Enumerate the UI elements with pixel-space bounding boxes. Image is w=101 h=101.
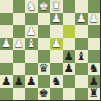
square-a4[interactable] — [88, 38, 101, 51]
white-pawn-piece[interactable]: ♟ — [51, 13, 61, 25]
square-e1[interactable]: ♚ — [38, 0, 51, 13]
square-d1[interactable]: ♜ — [50, 0, 63, 13]
square-d5[interactable] — [50, 50, 63, 63]
white-pawn-piece[interactable]: ♟ — [89, 13, 99, 25]
square-c2[interactable] — [63, 13, 76, 26]
square-e5[interactable] — [38, 50, 51, 63]
chess-board: ♞♚♜♟♟♟♟♟♟♝♟♟♝♛♟♞♟♟♟♞♟♚♜ — [0, 0, 100, 100]
square-a6[interactable]: ♞ — [88, 63, 101, 76]
square-g5[interactable] — [13, 50, 26, 63]
square-e4[interactable] — [38, 38, 51, 51]
black-rook-piece[interactable]: ♜ — [89, 88, 99, 100]
square-a3[interactable] — [88, 25, 101, 38]
square-c1[interactable] — [63, 0, 76, 13]
black-king-piece[interactable]: ♚ — [39, 88, 49, 100]
square-f4[interactable]: ♝ — [25, 38, 38, 51]
square-c3[interactable] — [63, 25, 76, 38]
square-h2[interactable] — [0, 13, 13, 26]
black-queen-piece[interactable]: ♛ — [39, 63, 49, 75]
square-h7[interactable]: ♟ — [0, 75, 13, 88]
square-c8[interactable] — [63, 88, 76, 101]
black-pawn-piece[interactable]: ♟ — [64, 50, 74, 62]
square-d7[interactable]: ♞ — [50, 75, 63, 88]
square-f8[interactable] — [25, 88, 38, 101]
white-king-piece[interactable]: ♚ — [39, 0, 49, 12]
white-rook-piece[interactable]: ♜ — [51, 0, 61, 12]
square-h4[interactable]: ♟ — [0, 38, 13, 51]
square-c5[interactable]: ♟ — [63, 50, 76, 63]
square-d8[interactable] — [50, 88, 63, 101]
square-g8[interactable] — [13, 88, 26, 101]
white-pawn-piece[interactable]: ♟ — [26, 25, 36, 37]
square-f2[interactable] — [25, 13, 38, 26]
square-f1[interactable]: ♞ — [25, 0, 38, 13]
square-f7[interactable]: ♟ — [25, 75, 38, 88]
white-pawn-piece[interactable]: ♟ — [14, 38, 24, 50]
white-pawn-piece[interactable]: ♟ — [51, 38, 61, 50]
black-pawn-piece[interactable]: ♟ — [89, 75, 99, 87]
square-d2[interactable]: ♟ — [50, 13, 63, 26]
square-b7[interactable] — [75, 75, 88, 88]
square-g6[interactable] — [13, 63, 26, 76]
square-a5[interactable] — [88, 50, 101, 63]
square-g3[interactable] — [13, 25, 26, 38]
square-f6[interactable] — [25, 63, 38, 76]
square-h8[interactable] — [0, 88, 13, 101]
black-pawn-piece[interactable]: ♟ — [26, 75, 36, 87]
square-f3[interactable]: ♟ — [25, 25, 38, 38]
square-d4[interactable]: ♟ — [50, 38, 63, 51]
square-e7[interactable] — [38, 75, 51, 88]
black-knight-piece[interactable]: ♞ — [51, 75, 61, 87]
square-a7[interactable]: ♟ — [88, 75, 101, 88]
square-a2[interactable]: ♟ — [88, 13, 101, 26]
square-b2[interactable]: ♟ — [75, 13, 88, 26]
square-h3[interactable] — [0, 25, 13, 38]
square-b1[interactable] — [75, 0, 88, 13]
square-b3[interactable] — [75, 25, 88, 38]
square-e8[interactable]: ♚ — [38, 88, 51, 101]
square-c4[interactable] — [63, 38, 76, 51]
square-h1[interactable] — [0, 0, 13, 13]
square-d6[interactable] — [50, 63, 63, 76]
square-g1[interactable] — [13, 0, 26, 13]
square-e6[interactable]: ♛ — [38, 63, 51, 76]
square-c6[interactable]: ♟ — [63, 63, 76, 76]
square-h5[interactable] — [0, 50, 13, 63]
square-f5[interactable] — [25, 50, 38, 63]
black-pawn-piece[interactable]: ♟ — [1, 75, 11, 87]
square-a8[interactable]: ♜ — [88, 88, 101, 101]
square-a1[interactable] — [88, 0, 101, 13]
black-pawn-piece[interactable]: ♟ — [14, 75, 24, 87]
white-bishop-piece[interactable]: ♝ — [26, 38, 36, 50]
square-h6[interactable] — [0, 63, 13, 76]
square-b6[interactable] — [75, 63, 88, 76]
chess-board-stage: ♞♚♜♟♟♟♟♟♟♝♟♟♝♛♟♞♟♟♟♞♟♚♜ — [0, 0, 100, 100]
square-b4[interactable] — [75, 38, 88, 51]
square-e3[interactable] — [38, 25, 51, 38]
square-d3[interactable] — [50, 25, 63, 38]
square-e2[interactable] — [38, 13, 51, 26]
square-b5[interactable]: ♝ — [75, 50, 88, 63]
black-bishop-piece[interactable]: ♝ — [76, 50, 86, 62]
white-knight-piece[interactable]: ♞ — [26, 0, 36, 12]
black-pawn-piece[interactable]: ♟ — [64, 63, 74, 75]
square-g2[interactable] — [13, 13, 26, 26]
square-c7[interactable] — [63, 75, 76, 88]
white-pawn-piece[interactable]: ♟ — [76, 13, 86, 25]
square-b8[interactable] — [75, 88, 88, 101]
square-g4[interactable]: ♟ — [13, 38, 26, 51]
white-pawn-piece[interactable]: ♟ — [1, 38, 11, 50]
square-g7[interactable]: ♟ — [13, 75, 26, 88]
black-knight-piece[interactable]: ♞ — [89, 63, 99, 75]
